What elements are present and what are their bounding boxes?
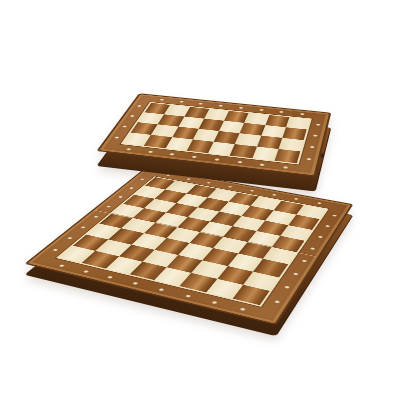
coordinate-dot <box>283 286 289 289</box>
coordinate-dot <box>179 101 184 103</box>
coordinate-dot <box>274 300 280 303</box>
coordinate-dot <box>280 111 284 113</box>
coordinate-dot <box>214 158 219 161</box>
coordinate-dot <box>133 282 139 285</box>
coordinate-dot <box>80 226 85 228</box>
product-photo-scene <box>0 0 396 396</box>
board-square <box>274 149 300 163</box>
coordinate-dot <box>237 161 242 164</box>
coordinate-dot <box>310 146 315 148</box>
coordinate-dot <box>59 264 65 267</box>
coordinate-dot <box>309 247 314 250</box>
coordinate-dot <box>293 272 299 275</box>
coordinate-dot <box>283 166 288 169</box>
coordinate-dot <box>199 103 204 105</box>
coordinate-dot <box>239 107 243 109</box>
coordinate-dot <box>300 113 304 115</box>
coordinate-dot <box>170 153 175 155</box>
coordinate-dot <box>130 115 135 117</box>
coordinate-dot <box>126 148 131 150</box>
coordinate-dot <box>83 270 89 273</box>
coordinate-dot <box>52 249 58 252</box>
coordinate-dot <box>160 99 165 101</box>
coordinate-dot <box>307 158 312 161</box>
coordinate-dot <box>158 288 164 291</box>
coordinate-dot <box>325 225 330 227</box>
coordinate-dot <box>313 134 318 136</box>
coordinate-dot <box>66 237 72 240</box>
coordinate-dot <box>219 105 224 107</box>
coordinate-dot <box>185 294 191 297</box>
coordinate-dot <box>301 259 306 262</box>
coordinate-dot <box>106 205 111 207</box>
coordinate-dot <box>317 236 322 239</box>
coordinate-dot <box>259 109 263 111</box>
coordinate-dot <box>148 151 153 153</box>
coordinate-dot <box>108 276 114 279</box>
coordinate-dot <box>122 125 127 127</box>
coordinate-dot <box>212 301 218 304</box>
coordinate-dot <box>260 163 265 166</box>
coordinate-dot <box>137 105 142 107</box>
coordinate-dot <box>114 136 119 138</box>
coordinate-dot <box>316 124 320 126</box>
coordinate-dot <box>240 307 246 310</box>
coordinate-dot <box>192 156 197 159</box>
folded-board[interactable] <box>114 65 324 212</box>
coordinate-dot <box>332 214 337 216</box>
coordinate-dot <box>93 215 98 217</box>
